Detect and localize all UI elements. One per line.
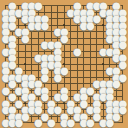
go-board[interactable]: ●●●●●●●●●●●●●●●●●●●●●●●●●●●●●●●●●●●●●●●●… — [0, 0, 128, 128]
board-grid: ●●●●●●●●●●●●●●●●●●●●●●●●●●●●●●●●●●●●●●●●… — [2, 2, 126, 126]
intersection[interactable] — [119, 119, 126, 126]
